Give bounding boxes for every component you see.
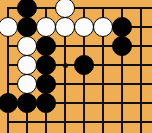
black-stone [36,93,56,113]
white-stone [17,36,37,56]
black-stone [74,55,94,75]
white-stone [55,0,75,18]
grid-line-horizontal [7,121,152,123]
white-stone [17,74,37,94]
white-stone [0,17,18,37]
go-board[interactable] [0,0,152,133]
black-stone [17,93,37,113]
black-stone [112,17,132,37]
black-stone [17,17,37,37]
white-stone [93,17,113,37]
white-stone [36,17,56,37]
black-stone [36,36,56,56]
black-stone [112,36,132,56]
star-point [63,63,68,68]
black-stone [36,55,56,75]
white-stone [55,17,75,37]
black-stone [0,93,18,113]
black-stone [17,0,37,18]
screenshot-root [0,0,152,133]
black-stone [36,74,56,94]
white-stone [17,55,37,75]
white-stone [74,17,94,37]
